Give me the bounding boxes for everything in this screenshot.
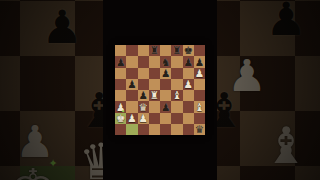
square-c7[interactable] bbox=[138, 56, 149, 67]
square-f7[interactable] bbox=[171, 56, 182, 67]
square-g4[interactable] bbox=[183, 90, 194, 101]
square-e7[interactable]: ♞ bbox=[160, 56, 171, 67]
square-g2[interactable] bbox=[183, 113, 194, 124]
square-e6[interactable]: ♟ bbox=[160, 68, 171, 79]
square-e2[interactable] bbox=[160, 113, 171, 124]
square-a6[interactable] bbox=[115, 68, 126, 79]
black-pawn: ♟ bbox=[115, 56, 126, 67]
square-h4[interactable] bbox=[194, 90, 205, 101]
square-f5[interactable] bbox=[171, 79, 182, 90]
square-c2[interactable]: ♟ bbox=[138, 113, 149, 124]
square-h6[interactable]: ♟ bbox=[194, 68, 205, 79]
white-bishop: ♝ bbox=[171, 90, 182, 101]
square-d1[interactable] bbox=[149, 124, 160, 135]
square-d3[interactable] bbox=[149, 101, 160, 112]
square-b8[interactable] bbox=[126, 45, 137, 56]
square-d4[interactable]: ♜ bbox=[149, 90, 160, 101]
square-d2[interactable] bbox=[149, 113, 160, 124]
square-c8[interactable] bbox=[138, 45, 149, 56]
video-frame: ♟♝♟♛♚♝♟♟♝✦ ♜♜♚♟♞♟♟♟♟♟♟♟♜♝♟♛♟♝♚♟♟♛ ✦ bbox=[0, 0, 320, 180]
square-f1[interactable] bbox=[171, 124, 182, 135]
square-b2[interactable]: ♟ bbox=[126, 113, 137, 124]
square-f2[interactable] bbox=[171, 113, 182, 124]
square-c3[interactable]: ♛ bbox=[138, 101, 149, 112]
square-e8[interactable] bbox=[160, 45, 171, 56]
white-pawn: ♟ bbox=[183, 79, 194, 90]
square-b5[interactable]: ♟ bbox=[126, 79, 137, 90]
square-c4[interactable]: ♟ bbox=[138, 90, 149, 101]
square-c5[interactable] bbox=[138, 79, 149, 90]
square-f8[interactable]: ♜ bbox=[171, 45, 182, 56]
black-pawn: ♟ bbox=[183, 56, 194, 67]
black-queen: ♛ bbox=[194, 124, 205, 135]
square-e1[interactable] bbox=[160, 124, 171, 135]
square-b1[interactable] bbox=[126, 124, 137, 135]
square-d8[interactable]: ♜ bbox=[149, 45, 160, 56]
square-e3[interactable]: ♟ bbox=[160, 101, 171, 112]
sparkle-star-icon: ✦ bbox=[121, 109, 125, 114]
square-h7[interactable]: ♟ bbox=[194, 56, 205, 67]
chess-board[interactable]: ♜♜♚♟♞♟♟♟♟♟♟♟♜♝♟♛♟♝♚♟♟♛ bbox=[115, 45, 205, 135]
square-e5[interactable] bbox=[160, 79, 171, 90]
square-a4[interactable] bbox=[115, 90, 126, 101]
square-b4[interactable] bbox=[126, 90, 137, 101]
square-a8[interactable] bbox=[115, 45, 126, 56]
white-pawn: ♟ bbox=[126, 113, 137, 124]
square-d7[interactable] bbox=[149, 56, 160, 67]
black-pawn: ♟ bbox=[194, 56, 205, 67]
black-pawn: ♟ bbox=[138, 90, 149, 101]
square-f4[interactable]: ♝ bbox=[171, 90, 182, 101]
square-g1[interactable] bbox=[183, 124, 194, 135]
square-b6[interactable] bbox=[126, 68, 137, 79]
square-b7[interactable] bbox=[126, 56, 137, 67]
square-e4[interactable] bbox=[160, 90, 171, 101]
square-g3[interactable] bbox=[183, 101, 194, 112]
black-rook: ♜ bbox=[171, 45, 182, 56]
square-a2[interactable]: ♚ bbox=[115, 113, 126, 124]
square-h1[interactable]: ♛ bbox=[194, 124, 205, 135]
white-rook: ♜ bbox=[149, 90, 160, 101]
black-pawn: ♟ bbox=[160, 101, 171, 112]
square-d5[interactable] bbox=[149, 79, 160, 90]
square-h5[interactable] bbox=[194, 79, 205, 90]
white-pawn: ♟ bbox=[138, 113, 149, 124]
black-king: ♚ bbox=[183, 45, 194, 56]
square-a5[interactable] bbox=[115, 79, 126, 90]
square-h2[interactable] bbox=[194, 113, 205, 124]
square-g5[interactable]: ♟ bbox=[183, 79, 194, 90]
black-knight: ♞ bbox=[160, 56, 171, 67]
square-g7[interactable]: ♟ bbox=[183, 56, 194, 67]
white-queen: ♛ bbox=[138, 101, 149, 112]
white-bishop: ♝ bbox=[194, 101, 205, 112]
square-c1[interactable] bbox=[138, 124, 149, 135]
square-g8[interactable]: ♚ bbox=[183, 45, 194, 56]
white-king: ♚ bbox=[115, 113, 126, 124]
square-b3[interactable] bbox=[126, 101, 137, 112]
black-rook: ♜ bbox=[149, 45, 160, 56]
square-h8[interactable] bbox=[194, 45, 205, 56]
square-d6[interactable] bbox=[149, 68, 160, 79]
white-pawn: ♟ bbox=[194, 68, 205, 79]
square-a7[interactable]: ♟ bbox=[115, 56, 126, 67]
square-f3[interactable] bbox=[171, 101, 182, 112]
square-c6[interactable] bbox=[138, 68, 149, 79]
square-a1[interactable] bbox=[115, 124, 126, 135]
square-h3[interactable]: ♝ bbox=[194, 101, 205, 112]
black-pawn: ♟ bbox=[126, 79, 137, 90]
black-pawn: ♟ bbox=[160, 68, 171, 79]
square-f6[interactable] bbox=[171, 68, 182, 79]
square-g6[interactable] bbox=[183, 68, 194, 79]
